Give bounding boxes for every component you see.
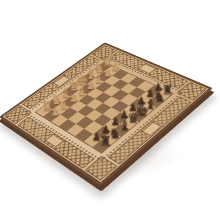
carved-medallion bbox=[141, 121, 161, 136]
black-rook: ♜ bbox=[99, 134, 112, 148]
product-photo-scene: ♜♞♝♛♚♝♞♜♟♟♟♟♟♟♟♟♟♟♟♟♟♟♟♟♜♞♝♛♚♝♞♜ bbox=[0, 0, 220, 220]
corner-lattice-ornament bbox=[177, 82, 207, 101]
white-pawn: ♟ bbox=[49, 107, 61, 117]
carved-medallion bbox=[138, 64, 156, 74]
